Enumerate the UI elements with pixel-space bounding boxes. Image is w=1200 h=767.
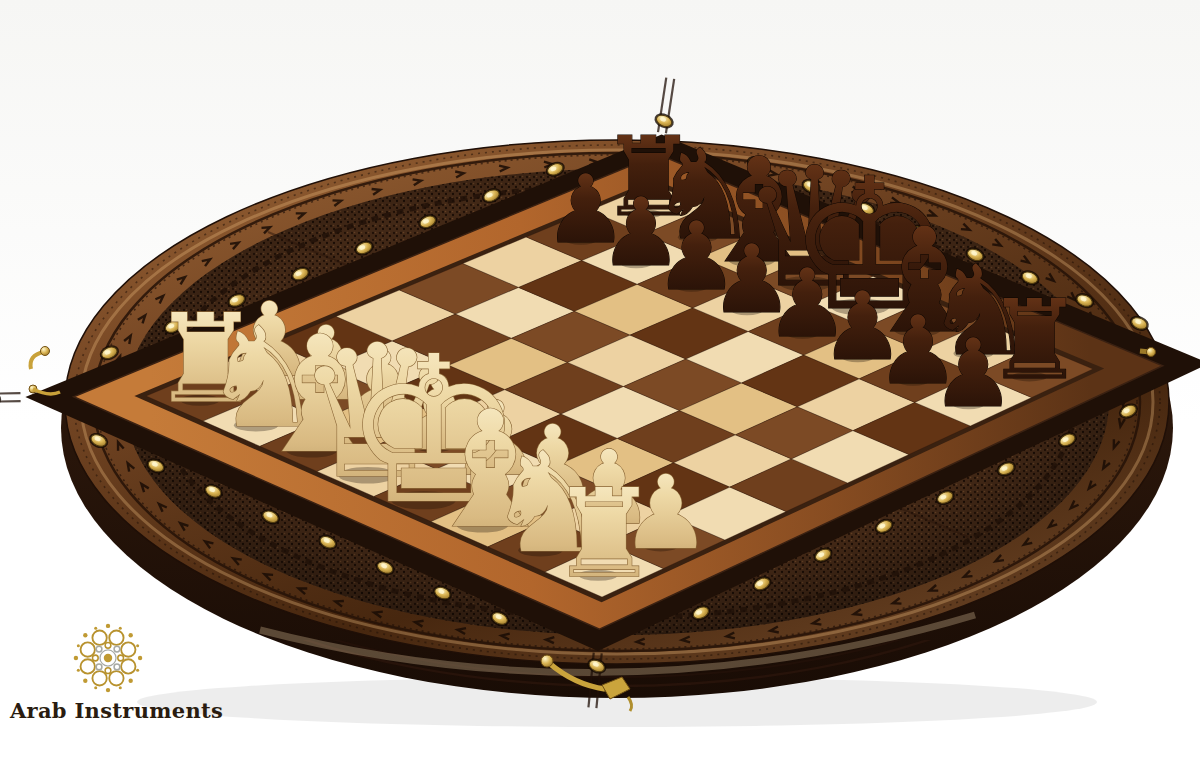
logo-rosette-icon: [70, 620, 146, 696]
svg-text:♟: ♟: [931, 319, 1016, 428]
piece-white-rook-h1: ♜: [550, 463, 659, 605]
brand-logo: Arab Instruments: [10, 620, 206, 723]
brand-name: Arab Instruments: [10, 698, 206, 723]
brass-stud: [0, 387, 3, 408]
svg-text:♜: ♜: [550, 463, 659, 605]
piece-black-pawn-h7: ♟: [931, 319, 1016, 428]
product-photo-scene: ♜♞♟♝♟♛♟♚♟♝♟♞♟♟♜♟♟♜♟♟♞♟♝♟♛♟♚♟♝♟♞♜ Arab In…: [0, 0, 1200, 767]
